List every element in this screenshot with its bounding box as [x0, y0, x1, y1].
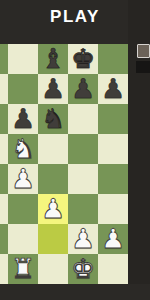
square-b7[interactable] — [0, 74, 8, 104]
black-knight: ♞ — [41, 104, 65, 134]
square-b2[interactable] — [0, 224, 8, 254]
square-b4[interactable] — [0, 164, 8, 194]
square-c3[interactable] — [8, 194, 38, 224]
square-f3[interactable] — [98, 194, 128, 224]
square-c5[interactable]: ♞ — [8, 134, 38, 164]
square-f6[interactable] — [98, 104, 128, 134]
bottom-strip — [0, 284, 150, 300]
square-d6[interactable]: ♞ — [38, 104, 68, 134]
square-e8[interactable]: ♚ — [68, 44, 98, 74]
play-screen: PLAY ♝♚♟♟♟♟♞♞♟♟♟♟♜♚ — [0, 0, 150, 300]
square-c8[interactable] — [8, 44, 38, 74]
black-pawn: ♟ — [101, 74, 125, 104]
square-d3[interactable]: ♟ — [38, 194, 68, 224]
square-b3[interactable] — [0, 194, 8, 224]
square-e5[interactable] — [68, 134, 98, 164]
white-king: ♚ — [71, 254, 95, 284]
square-d5[interactable] — [38, 134, 68, 164]
square-d4[interactable] — [38, 164, 68, 194]
square-f7[interactable]: ♟ — [98, 74, 128, 104]
square-f2[interactable]: ♟ — [98, 224, 128, 254]
square-d7[interactable]: ♟ — [38, 74, 68, 104]
square-c2[interactable] — [8, 224, 38, 254]
square-f5[interactable] — [98, 134, 128, 164]
white-rook: ♜ — [11, 254, 35, 284]
square-b8[interactable] — [0, 44, 8, 74]
white-knight: ♞ — [11, 134, 35, 164]
black-pawn: ♟ — [11, 104, 35, 134]
square-b5[interactable] — [0, 134, 8, 164]
square-e4[interactable] — [68, 164, 98, 194]
panel-strip — [136, 61, 150, 73]
black-pawn: ♟ — [71, 74, 95, 104]
white-pawn: ♟ — [101, 224, 125, 254]
square-c1[interactable]: ♜ — [8, 254, 38, 284]
square-d2[interactable] — [38, 224, 68, 254]
square-e3[interactable] — [68, 194, 98, 224]
black-king: ♚ — [71, 44, 95, 74]
white-pawn: ♟ — [41, 194, 65, 224]
white-pawn: ♟ — [71, 224, 95, 254]
square-c7[interactable] — [8, 74, 38, 104]
square-d8[interactable]: ♝ — [38, 44, 68, 74]
white-pawn: ♟ — [11, 164, 35, 194]
square-b6[interactable] — [0, 104, 8, 134]
square-e1[interactable]: ♚ — [68, 254, 98, 284]
black-bishop: ♝ — [41, 44, 65, 74]
side-panel — [128, 0, 150, 300]
square-c4[interactable]: ♟ — [8, 164, 38, 194]
square-d1[interactable] — [38, 254, 68, 284]
square-f8[interactable] — [98, 44, 128, 74]
square-c6[interactable]: ♟ — [8, 104, 38, 134]
player-avatar[interactable] — [137, 44, 150, 58]
square-e7[interactable]: ♟ — [68, 74, 98, 104]
square-e2[interactable]: ♟ — [68, 224, 98, 254]
square-f4[interactable] — [98, 164, 128, 194]
square-b1[interactable] — [0, 254, 8, 284]
black-pawn: ♟ — [41, 74, 65, 104]
square-e6[interactable] — [68, 104, 98, 134]
square-f1[interactable] — [98, 254, 128, 284]
